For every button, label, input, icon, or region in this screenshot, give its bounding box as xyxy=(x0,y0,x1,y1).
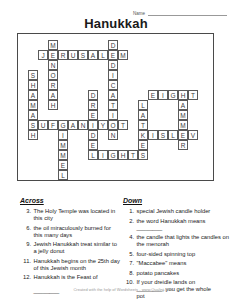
grid-empty-space xyxy=(178,160,188,170)
grid-empty-space xyxy=(168,160,178,170)
grid-empty-space xyxy=(108,170,118,180)
grid-empty-space xyxy=(188,120,198,130)
grid-empty-space xyxy=(68,40,78,50)
grid-cell-r6c14[interactable]: I xyxy=(158,90,168,100)
grid-cell-r6c3[interactable]: A xyxy=(48,90,58,100)
grid-empty-space xyxy=(88,40,98,50)
grid-empty-space xyxy=(68,130,78,140)
grid-empty-space xyxy=(178,170,188,180)
grid-empty-space xyxy=(158,60,168,70)
grid-empty-space xyxy=(38,130,48,140)
grid-empty-space xyxy=(178,150,188,160)
grid-empty-space xyxy=(28,160,38,170)
grid-empty-space xyxy=(118,130,128,140)
clue-number: 9. xyxy=(20,241,34,255)
grid-cell-r9c10[interactable]: T xyxy=(118,120,128,130)
grid-empty-space xyxy=(38,110,48,120)
grid-empty-space xyxy=(178,80,188,90)
grid-empty-space xyxy=(58,100,68,110)
grid-empty-space xyxy=(158,170,168,180)
grid-cell-r1c9[interactable]: D xyxy=(108,40,118,50)
grid-cell-r6c17[interactable]: T xyxy=(188,90,198,100)
grid-empty-space xyxy=(98,40,108,50)
grid-cell-r5c3[interactable]: R xyxy=(48,80,58,90)
grid-empty-space xyxy=(188,100,198,110)
grid-empty-space xyxy=(68,140,78,150)
grid-empty-space xyxy=(148,120,158,130)
grid-empty-space xyxy=(78,160,88,170)
grid-empty-space xyxy=(38,150,48,160)
clue-text: four-sided spinning top xyxy=(137,251,231,258)
grid-empty-space xyxy=(68,160,78,170)
clue-number: 7. xyxy=(123,260,137,267)
grid-cell-r4c9[interactable]: I xyxy=(108,70,118,80)
clue-number: 3. xyxy=(20,208,34,222)
grid-empty-space xyxy=(98,130,108,140)
grid-empty-space xyxy=(128,100,138,110)
grid-cell-r6c13[interactable]: E xyxy=(148,90,158,100)
grid-cell-r6c16[interactable]: H xyxy=(178,90,188,100)
grid-empty-space xyxy=(168,110,178,120)
grid-cell-r2c7[interactable]: A xyxy=(88,50,98,60)
grid-empty-space xyxy=(128,120,138,130)
grid-empty-space xyxy=(48,160,58,170)
grid-cell-r12c10[interactable]: H xyxy=(118,150,128,160)
grid-empty-space xyxy=(88,80,98,90)
grid-cell-r10c1[interactable]: H xyxy=(28,130,38,140)
footer-credit: Created with the help of Wordsheets - ww… xyxy=(20,287,226,292)
grid-cell-r11c16[interactable]: R xyxy=(178,140,188,150)
down-clue-2: 2.the word Hanukkah means ________ xyxy=(123,218,230,232)
grid-empty-space xyxy=(178,40,188,50)
grid-cell-r6c15[interactable]: G xyxy=(168,90,178,100)
grid-cell-r2c4[interactable]: R xyxy=(58,50,68,60)
grid-empty-space xyxy=(148,140,158,150)
grid-cell-r8c1[interactable]: A xyxy=(28,110,38,120)
grid-empty-space xyxy=(148,70,158,80)
grid-empty-space xyxy=(58,40,68,50)
grid-empty-space xyxy=(168,100,178,110)
grid-cell-r5c9[interactable]: C xyxy=(108,80,118,90)
grid-empty-space xyxy=(38,170,48,180)
grid-empty-space xyxy=(148,110,158,120)
grid-empty-space xyxy=(148,60,158,70)
clue-text: special Jewish candle holder xyxy=(137,208,231,215)
grid-empty-space xyxy=(148,80,158,90)
grid-empty-space xyxy=(148,40,158,50)
grid-cell-r6c7[interactable]: D xyxy=(88,90,98,100)
grid-empty-space xyxy=(88,170,98,180)
grid-empty-space xyxy=(68,110,78,120)
grid-cell-r7c12[interactable]: L xyxy=(138,100,148,110)
grid-empty-space xyxy=(118,90,128,100)
grid-empty-space xyxy=(138,170,148,180)
grid-cell-r3c3[interactable]: N xyxy=(48,60,58,70)
clue-number: 5. xyxy=(123,251,137,258)
grid-empty-space xyxy=(68,60,78,70)
grid-empty-space xyxy=(118,70,128,80)
grid-cell-r8c7[interactable]: E xyxy=(88,110,98,120)
grid-empty-space xyxy=(138,60,148,70)
grid-cell-r14c4[interactable]: L xyxy=(58,170,68,180)
across-clues-section: Across 3.The Holy Temple was located in … xyxy=(20,197,121,298)
grid-cell-r8c12[interactable]: A xyxy=(138,110,148,120)
grid-empty-space xyxy=(78,100,88,110)
grid-empty-space xyxy=(168,150,178,160)
page-title: Hanukkah xyxy=(0,16,232,31)
grid-empty-space xyxy=(78,150,88,160)
grid-empty-space xyxy=(188,110,198,120)
grid-empty-space xyxy=(138,90,148,100)
grid-empty-space xyxy=(128,80,138,90)
grid-empty-space xyxy=(158,40,168,50)
grid-cell-r9c3[interactable]: F xyxy=(48,120,58,130)
grid-empty-space xyxy=(158,100,168,110)
grid-empty-space xyxy=(38,80,48,90)
clue-text: Jewish Hanukkah treat similar to a jelly… xyxy=(34,241,122,255)
grid-empty-space xyxy=(68,150,78,160)
grid-empty-space xyxy=(118,160,128,170)
grid-cell-r9c6[interactable]: N xyxy=(78,120,88,130)
grid-empty-space xyxy=(168,170,178,180)
grid-empty-space xyxy=(88,160,98,170)
grid-empty-space xyxy=(98,110,108,120)
grid-empty-space xyxy=(68,70,78,80)
grid-cell-r9c2[interactable]: U xyxy=(38,120,48,130)
grid-empty-space xyxy=(118,100,128,110)
grid-cell-r3c9[interactable]: D xyxy=(108,60,118,70)
grid-empty-space xyxy=(168,50,178,60)
grid-cell-r8c9[interactable]: I xyxy=(108,110,118,120)
grid-empty-space xyxy=(158,80,168,90)
grid-empty-space xyxy=(98,90,108,100)
grid-empty-space xyxy=(128,130,138,140)
grid-cell-r9c1[interactable]: S xyxy=(28,120,38,130)
grid-empty-space xyxy=(128,140,138,150)
grid-empty-space xyxy=(78,130,88,140)
grid-cell-r10c12[interactable]: K xyxy=(138,130,148,140)
grid-empty-space xyxy=(78,80,88,90)
grid-cell-r9c4[interactable]: G xyxy=(58,120,68,130)
grid-empty-space xyxy=(168,70,178,80)
grid-empty-space xyxy=(178,60,188,70)
clue-text: the word Hanukkah means ________ xyxy=(137,218,231,232)
grid-empty-space xyxy=(158,160,168,170)
grid-empty-space xyxy=(178,50,188,60)
grid-empty-space xyxy=(38,70,48,80)
crossword-grid: MDJERUSALEMNDSOIHRCAADAEIGHTMHRTLAAEIAMS… xyxy=(28,40,198,180)
grid-empty-space xyxy=(98,160,108,170)
grid-empty-space xyxy=(98,100,108,110)
down-clue-7: 7."Maccabee" means xyxy=(123,260,230,267)
grid-empty-space xyxy=(58,90,68,100)
grid-empty-space xyxy=(138,50,148,60)
grid-cell-r12c9[interactable]: G xyxy=(108,150,118,160)
grid-cell-r10c7[interactable]: D xyxy=(88,130,98,140)
grid-empty-space xyxy=(158,150,168,160)
grid-cell-r10c16[interactable]: E xyxy=(178,130,188,140)
grid-empty-space xyxy=(28,40,38,50)
grid-empty-space xyxy=(88,70,98,80)
grid-cell-r9c12[interactable]: T xyxy=(138,120,148,130)
grid-empty-space xyxy=(118,80,128,90)
grid-empty-space xyxy=(168,80,178,90)
grid-cell-r12c11[interactable]: T xyxy=(128,150,138,160)
grid-empty-space xyxy=(48,140,58,150)
clue-number: 1. xyxy=(123,208,137,215)
grid-empty-space xyxy=(78,70,88,80)
grid-empty-space xyxy=(188,170,198,180)
clue-number: 6. xyxy=(20,225,34,239)
grid-empty-space xyxy=(128,60,138,70)
grid-empty-space xyxy=(48,170,58,180)
grid-empty-space xyxy=(98,170,108,180)
grid-empty-space xyxy=(158,50,168,60)
grid-empty-space xyxy=(78,110,88,120)
grid-empty-space xyxy=(188,70,198,80)
grid-empty-space xyxy=(98,80,108,90)
grid-cell-r1c3[interactable]: M xyxy=(48,40,58,50)
grid-empty-space xyxy=(128,70,138,80)
grid-cell-r7c7[interactable]: R xyxy=(88,100,98,110)
grid-cell-r7c16[interactable]: A xyxy=(178,100,188,110)
clue-text: Hanukkah begins on the 25th day of this … xyxy=(34,258,122,272)
across-clue-list: 3.The Holy Temple was located in this ci… xyxy=(20,208,121,295)
grid-empty-space xyxy=(128,40,138,50)
grid-cell-r5c1[interactable]: H xyxy=(28,80,38,90)
grid-cell-r6c9[interactable]: A xyxy=(108,90,118,100)
grid-empty-space xyxy=(188,50,198,60)
grid-empty-space xyxy=(148,100,158,110)
grid-empty-space xyxy=(118,140,128,150)
grid-empty-space xyxy=(128,90,138,100)
grid-cell-r9c7[interactable]: I xyxy=(88,120,98,130)
grid-empty-space xyxy=(188,80,198,90)
down-clues-section: Down 1.special Jewish candle holder2.the… xyxy=(123,197,230,300)
grid-empty-space xyxy=(58,80,68,90)
grid-empty-space xyxy=(138,40,148,50)
down-clue-5: 5.four-sided spinning top xyxy=(123,251,230,258)
grid-empty-space xyxy=(128,170,138,180)
clue-text: The Holy Temple was located in this city xyxy=(34,208,122,222)
grid-cell-r2c6[interactable]: S xyxy=(78,50,88,60)
grid-empty-space xyxy=(148,150,158,160)
grid-empty-space xyxy=(108,160,118,170)
grid-empty-space xyxy=(118,40,128,50)
grid-empty-space xyxy=(118,60,128,70)
grid-empty-space xyxy=(68,90,78,100)
clue-number: 11. xyxy=(20,258,34,272)
grid-cell-r6c1[interactable]: A xyxy=(28,90,38,100)
grid-empty-space xyxy=(68,80,78,90)
grid-cell-r2c10[interactable]: M xyxy=(118,50,128,60)
grid-empty-space xyxy=(178,70,188,80)
grid-cell-r10c17[interactable]: V xyxy=(188,130,198,140)
grid-cell-r8c16[interactable]: M xyxy=(178,110,188,120)
grid-empty-space xyxy=(28,50,38,60)
grid-empty-space xyxy=(48,150,58,160)
clue-number: 8. xyxy=(123,270,137,277)
grid-empty-space xyxy=(158,110,168,120)
grid-cell-r10c14[interactable]: S xyxy=(158,130,168,140)
clue-text: "Maccabee" means xyxy=(137,260,231,267)
grid-empty-space xyxy=(148,170,158,180)
grid-cell-r2c8[interactable]: L xyxy=(98,50,108,60)
grid-cell-r7c3[interactable]: H xyxy=(48,100,58,110)
grid-empty-space xyxy=(128,160,138,170)
clue-text: potato pancakes xyxy=(137,270,231,277)
clue-number: 4. xyxy=(123,234,137,248)
clue-text: the oil miraculously burned for this man… xyxy=(34,225,122,239)
grid-empty-space xyxy=(168,60,178,70)
grid-empty-space xyxy=(28,140,38,150)
grid-empty-space xyxy=(118,110,128,120)
grid-empty-space xyxy=(158,70,168,80)
clue-number: 2. xyxy=(123,218,137,232)
grid-empty-space xyxy=(38,60,48,70)
grid-cell-r7c1[interactable]: M xyxy=(28,100,38,110)
down-clue-8: 8.potato pancakes xyxy=(123,270,230,277)
grid-empty-space xyxy=(38,160,48,170)
grid-empty-space xyxy=(38,100,48,110)
grid-cell-r10c9[interactable]: N xyxy=(108,130,118,140)
grid-empty-space xyxy=(148,160,158,170)
across-clue-3: 3.The Holy Temple was located in this ci… xyxy=(20,208,121,222)
down-clue-1: 1.special Jewish candle holder xyxy=(123,208,230,215)
grid-empty-space xyxy=(38,40,48,50)
grid-cell-r7c9[interactable]: T xyxy=(108,100,118,110)
grid-empty-space xyxy=(78,40,88,50)
grid-empty-space xyxy=(98,140,108,150)
grid-cell-r11c7[interactable]: E xyxy=(88,140,98,150)
grid-cell-r12c8[interactable]: I xyxy=(98,150,108,160)
grid-cell-r10c15[interactable]: L xyxy=(168,130,178,140)
grid-empty-space xyxy=(188,160,198,170)
grid-cell-r2c3[interactable]: E xyxy=(48,50,58,60)
grid-cell-r11c4[interactable]: M xyxy=(58,140,68,150)
grid-cell-r9c8[interactable]: Y xyxy=(98,120,108,130)
grid-empty-space xyxy=(158,140,168,150)
grid-empty-space xyxy=(168,140,178,150)
grid-empty-space xyxy=(98,60,108,70)
grid-empty-space xyxy=(58,60,68,70)
grid-cell-r9c5[interactable]: A xyxy=(68,120,78,130)
grid-cell-r12c4[interactable]: M xyxy=(58,150,68,160)
grid-cell-r10c13[interactable]: I xyxy=(148,130,158,140)
grid-empty-space xyxy=(68,170,78,180)
grid-empty-space xyxy=(188,140,198,150)
grid-empty-space xyxy=(28,60,38,70)
grid-cell-r10c4[interactable]: I xyxy=(58,130,68,140)
grid-empty-space xyxy=(48,130,58,140)
grid-empty-space xyxy=(88,60,98,70)
grid-empty-space xyxy=(188,40,198,50)
crossword-board: MDJERUSALEMNDSOIHRCAADAEIGHTMHRTLAAEIAMS… xyxy=(17,33,214,181)
grid-empty-space xyxy=(78,90,88,100)
grid-empty-space xyxy=(48,110,58,120)
across-clue-11: 11.Hanukkah begins on the 25th day of th… xyxy=(20,258,121,272)
grid-empty-space xyxy=(38,90,48,100)
grid-empty-space xyxy=(98,70,108,80)
grid-cell-r13c4[interactable]: E xyxy=(58,160,68,170)
grid-cell-r2c5[interactable]: U xyxy=(68,50,78,60)
grid-empty-space xyxy=(78,170,88,180)
grid-cell-r12c12[interactable]: S xyxy=(138,150,148,160)
across-clue-6: 6.the oil miraculously burned for this m… xyxy=(20,225,121,239)
grid-empty-space xyxy=(28,170,38,180)
grid-cell-r12c7[interactable]: L xyxy=(88,150,98,160)
grid-empty-space xyxy=(78,140,88,150)
grid-cell-r9c9[interactable]: O xyxy=(108,120,118,130)
grid-cell-r9c16[interactable]: M xyxy=(178,120,188,130)
down-clue-4: 4.the candle that lights the candles on … xyxy=(123,234,230,248)
grid-empty-space xyxy=(68,100,78,110)
grid-empty-space xyxy=(138,160,148,170)
across-heading: Across xyxy=(20,197,121,204)
grid-empty-space xyxy=(158,120,168,130)
grid-cell-r11c12[interactable]: E xyxy=(138,140,148,150)
clue-text: the candle that lights the candles on th… xyxy=(137,234,231,248)
grid-empty-space xyxy=(168,120,178,130)
grid-cell-r4c3[interactable]: O xyxy=(48,70,58,80)
grid-empty-space xyxy=(78,60,88,70)
grid-empty-space xyxy=(148,50,158,60)
grid-empty-space xyxy=(188,150,198,160)
grid-empty-space xyxy=(128,50,138,60)
grid-empty-space xyxy=(188,60,198,70)
grid-cell-r2c9[interactable]: E xyxy=(108,50,118,60)
grid-empty-space xyxy=(38,140,48,150)
grid-empty-space xyxy=(128,110,138,120)
grid-cell-r4c1[interactable]: S xyxy=(28,70,38,80)
grid-empty-space xyxy=(58,70,68,80)
grid-empty-space xyxy=(138,80,148,90)
down-heading: Down xyxy=(123,197,230,204)
grid-empty-space xyxy=(118,170,128,180)
grid-empty-space xyxy=(168,40,178,50)
grid-empty-space xyxy=(28,150,38,160)
grid-cell-r2c2[interactable]: J xyxy=(38,50,48,60)
across-clue-9: 9.Jewish Hanukkah treat similar to a jel… xyxy=(20,241,121,255)
grid-empty-space xyxy=(58,110,68,120)
grid-empty-space xyxy=(138,70,148,80)
grid-empty-space xyxy=(108,140,118,150)
